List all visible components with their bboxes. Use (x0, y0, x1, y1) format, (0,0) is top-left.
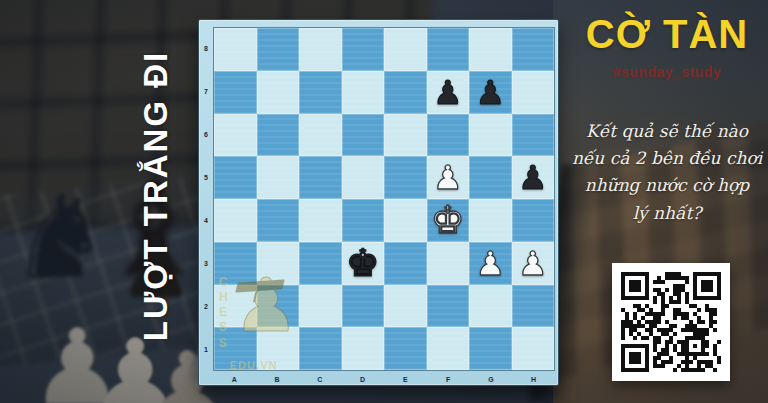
square-c4 (299, 199, 342, 242)
square-e7 (384, 71, 427, 114)
square-f7: ♟ (427, 71, 470, 114)
chess-board: 87654321 ABCDEFGH ♟♟♟♟♚♚♟♟ CHESS ♟ EDU.V… (198, 19, 559, 386)
hashtag-label: #sunday_study (566, 64, 768, 80)
square-a5 (214, 156, 257, 199)
file-label-F: F (427, 372, 470, 386)
square-g3: ♟ (469, 242, 512, 285)
square-f4: ♚ (427, 199, 470, 242)
square-g2 (469, 285, 512, 328)
square-g8 (469, 28, 512, 71)
white-king-f4: ♚ (431, 201, 465, 239)
square-e1 (384, 327, 427, 370)
square-h8 (512, 28, 555, 71)
square-c3 (299, 242, 342, 285)
square-a7 (214, 71, 257, 114)
square-b8 (257, 28, 300, 71)
file-label-E: E (384, 372, 427, 386)
rank-label-3: 3 (199, 242, 213, 285)
puzzle-question: Kết quả sẽ thế nàonếu cả 2 bên đều chơin… (570, 118, 764, 227)
rank-label-7: 7 (199, 70, 213, 113)
rank-label-1: 1 (199, 328, 213, 371)
square-b5 (257, 156, 300, 199)
square-h3: ♟ (512, 242, 555, 285)
square-d8 (342, 28, 385, 71)
square-a1 (214, 327, 257, 370)
square-d7 (342, 71, 385, 114)
square-e3 (384, 242, 427, 285)
file-label-B: B (256, 372, 299, 386)
square-e4 (384, 199, 427, 242)
qr-code-modules (621, 272, 721, 372)
file-label-A: A (213, 372, 256, 386)
page-title: CỜ TÀN (566, 12, 768, 57)
white-pawn-g3: ♟ (475, 247, 505, 280)
square-d2 (342, 285, 385, 328)
rank-label-8: 8 (199, 27, 213, 70)
square-c7 (299, 71, 342, 114)
qr-code (612, 263, 730, 381)
square-e6 (384, 114, 427, 157)
square-h2 (512, 285, 555, 328)
file-label-H: H (512, 372, 555, 386)
square-d5 (342, 156, 385, 199)
square-h1 (512, 327, 555, 370)
square-c1 (299, 327, 342, 370)
white-pawn-f5: ♟ (433, 161, 463, 194)
background-white-pawn-icon: ♟ (30, 315, 124, 403)
square-d4 (342, 199, 385, 242)
square-a2 (214, 285, 257, 328)
square-d1 (342, 327, 385, 370)
square-a8 (214, 28, 257, 71)
square-b6 (257, 114, 300, 157)
rank-label-4: 4 (199, 199, 213, 242)
file-label-C: C (299, 372, 342, 386)
square-f2 (427, 285, 470, 328)
file-label-D: D (341, 372, 384, 386)
white-pawn-h3: ♟ (518, 247, 548, 280)
square-g5 (469, 156, 512, 199)
side-to-move-label: LƯỢT TRẮNG ĐI (137, 0, 183, 396)
square-e5 (384, 156, 427, 199)
square-a6 (214, 114, 257, 157)
square-f5: ♟ (427, 156, 470, 199)
black-pawn-f7: ♟ (433, 76, 463, 109)
square-d6 (342, 114, 385, 157)
question-line: những nước cờ hợp (570, 172, 764, 199)
black-king-d3: ♚ (346, 244, 380, 282)
black-pawn-g7: ♟ (475, 76, 505, 109)
square-g7: ♟ (469, 71, 512, 114)
square-e2 (384, 285, 427, 328)
square-b4 (257, 199, 300, 242)
square-a4 (214, 199, 257, 242)
square-b2 (257, 285, 300, 328)
square-d3: ♚ (342, 242, 385, 285)
file-label-G: G (470, 372, 513, 386)
square-f3 (427, 242, 470, 285)
square-e8 (384, 28, 427, 71)
square-f6 (427, 114, 470, 157)
square-f8 (427, 28, 470, 71)
square-c5 (299, 156, 342, 199)
question-line: nếu cả 2 bên đều chơi (570, 145, 764, 172)
rank-label-6: 6 (199, 113, 213, 156)
square-g1 (469, 327, 512, 370)
question-line: Kết quả sẽ thế nào (570, 118, 764, 145)
square-b3 (257, 242, 300, 285)
black-pawn-h5: ♟ (518, 161, 548, 194)
square-f1 (427, 327, 470, 370)
rank-labels: 87654321 (199, 27, 213, 371)
square-c8 (299, 28, 342, 71)
square-h6 (512, 114, 555, 157)
square-a3 (214, 242, 257, 285)
square-g6 (469, 114, 512, 157)
square-c2 (299, 285, 342, 328)
question-line: lý nhất? (570, 200, 764, 227)
square-b7 (257, 71, 300, 114)
background-knight-silhouette-icon: ♞ (6, 178, 113, 297)
board-squares: ♟♟♟♟♚♚♟♟ (213, 27, 555, 371)
rank-label-5: 5 (199, 156, 213, 199)
file-labels: ABCDEFGH (213, 372, 555, 386)
rank-label-2: 2 (199, 285, 213, 328)
square-h4 (512, 199, 555, 242)
square-b1 (257, 327, 300, 370)
square-h7 (512, 71, 555, 114)
square-c6 (299, 114, 342, 157)
square-g4 (469, 199, 512, 242)
square-h5: ♟ (512, 156, 555, 199)
